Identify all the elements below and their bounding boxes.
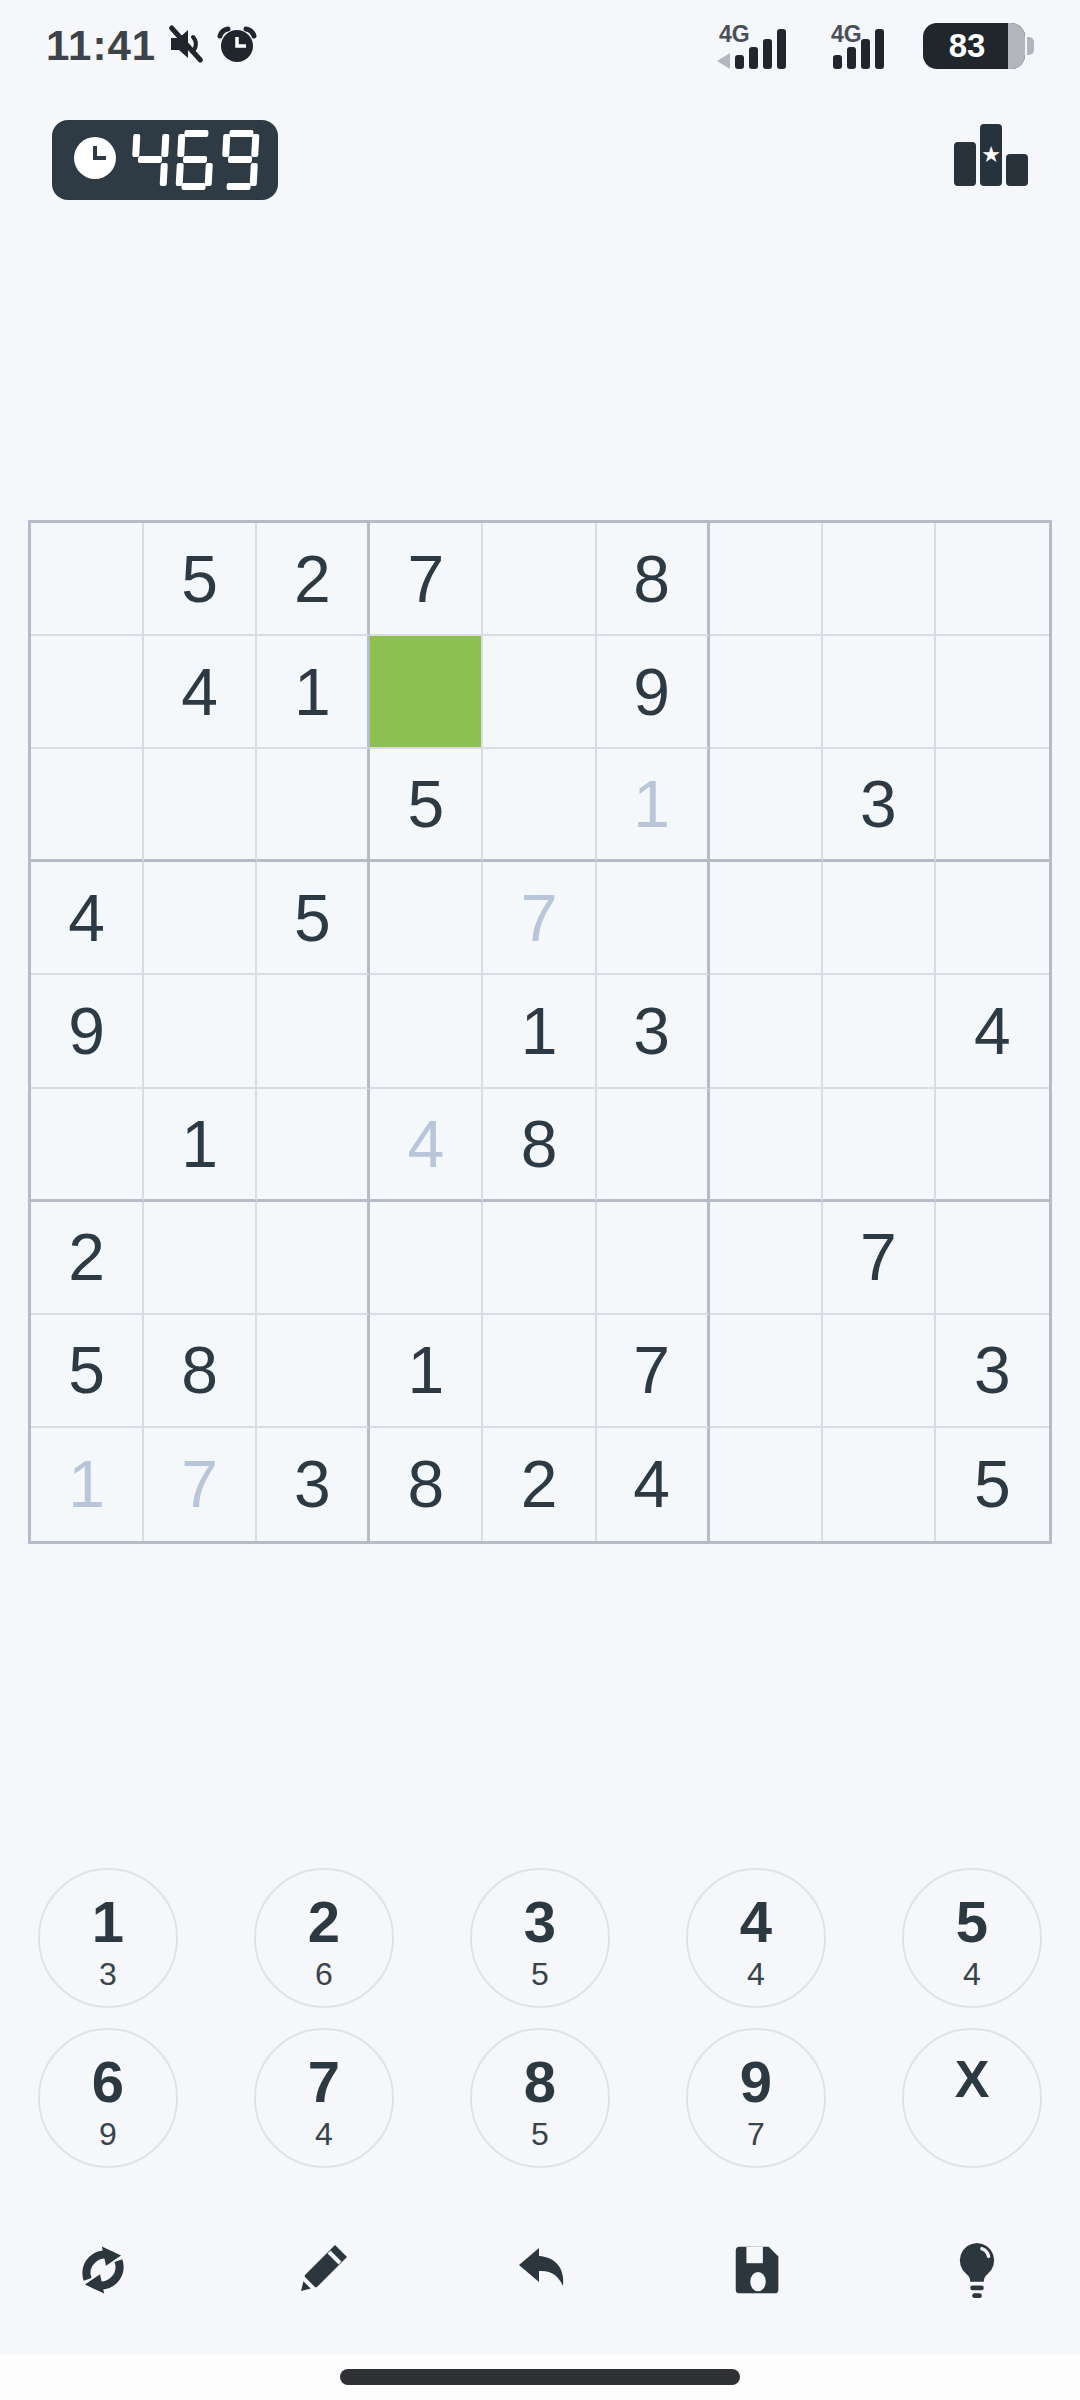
svg-text:★: ★ — [981, 142, 1001, 167]
cell-r9c1[interactable]: 1 — [31, 1428, 144, 1541]
cell-r6c2[interactable]: 1 — [144, 1089, 257, 1202]
cell-r1c9[interactable] — [936, 523, 1049, 636]
numpad-remaining-count: 3 — [99, 1958, 117, 1990]
sudoku-app-screen: 11:41 4G — [0, 0, 1080, 2400]
cell-r5c3[interactable] — [257, 975, 370, 1088]
cell-r5c8[interactable] — [823, 975, 936, 1088]
cell-r3c6[interactable]: 1 — [597, 749, 710, 862]
cell-r1c7[interactable] — [710, 523, 823, 636]
restart-icon — [70, 2237, 136, 2303]
cell-r5c2[interactable] — [144, 975, 257, 1088]
numpad-remaining-count: 7 — [747, 2118, 765, 2150]
numpad-digit-label: 8 — [524, 2053, 556, 2111]
cell-r3c7[interactable] — [710, 749, 823, 862]
cell-r7c3[interactable] — [257, 1202, 370, 1315]
cell-r2c3[interactable]: 1 — [257, 636, 370, 749]
cell-r5c9[interactable]: 4 — [936, 975, 1049, 1088]
cell-r2c2[interactable]: 4 — [144, 636, 257, 749]
cell-r8c8[interactable] — [823, 1315, 936, 1428]
numpad-4-button[interactable]: 44 — [686, 1868, 826, 2008]
numpad-row-2: 69748597X — [38, 2028, 1042, 2168]
numpad-7-button[interactable]: 74 — [254, 2028, 394, 2168]
cell-r9c9[interactable]: 5 — [936, 1428, 1049, 1541]
cell-r3c3[interactable] — [257, 749, 370, 862]
numpad-remaining-count: 4 — [963, 1958, 981, 1990]
numpad-remaining-count: 5 — [531, 2118, 549, 2150]
cell-r5c5[interactable]: 1 — [483, 975, 596, 1088]
cell-r9c8[interactable] — [823, 1428, 936, 1541]
seg-digit-4 — [130, 130, 169, 190]
cell-r7c7[interactable] — [710, 1202, 823, 1315]
cell-r6c3[interactable] — [257, 1089, 370, 1202]
cell-r2c7[interactable] — [710, 636, 823, 749]
seg-digit-6 — [175, 130, 214, 190]
pencil-icon — [290, 2238, 354, 2302]
cell-r6c5[interactable]: 8 — [483, 1089, 596, 1202]
battery-empty-part — [1008, 23, 1025, 69]
status-left: 11:41 — [46, 22, 258, 70]
timer-value — [130, 130, 259, 190]
cell-r5c6[interactable]: 3 — [597, 975, 710, 1088]
numpad-digit-label: 2 — [308, 1893, 340, 1951]
cell-r9c6[interactable]: 4 — [597, 1428, 710, 1541]
cell-r7c4[interactable] — [370, 1202, 483, 1315]
numpad-9-button[interactable]: 97 — [686, 2028, 826, 2168]
numpad-row-1: 1326354454 — [38, 1868, 1042, 2008]
pencil-button[interactable] — [247, 2226, 397, 2314]
cell-r4c4[interactable] — [370, 862, 483, 975]
numpad-3-button[interactable]: 35 — [470, 1868, 610, 2008]
cell-r4c9[interactable] — [936, 862, 1049, 975]
cell-r5c1[interactable]: 9 — [31, 975, 144, 1088]
status-bar: 11:41 4G — [0, 0, 1080, 92]
cell-r8c3[interactable] — [257, 1315, 370, 1428]
cell-r6c6[interactable] — [597, 1089, 710, 1202]
cell-r8c7[interactable] — [710, 1315, 823, 1428]
numpad-digit-label: 5 — [956, 1893, 988, 1951]
system-nav-bar — [0, 2354, 1080, 2400]
cell-r1c1[interactable] — [31, 523, 144, 636]
cell-r8c6[interactable]: 7 — [597, 1315, 710, 1428]
signal-icon-sim1: 4G — [713, 21, 807, 71]
cell-r2c8[interactable] — [823, 636, 936, 749]
numpad-6-button[interactable]: 69 — [38, 2028, 178, 2168]
cell-r8c1[interactable]: 5 — [31, 1315, 144, 1428]
status-right: 4G 4G 83 — [713, 21, 1034, 71]
cell-r6c8[interactable] — [823, 1089, 936, 1202]
cell-r4c2[interactable] — [144, 862, 257, 975]
cell-r9c3[interactable]: 3 — [257, 1428, 370, 1541]
numpad-5-button[interactable]: 54 — [902, 1868, 1042, 2008]
cell-r6c1[interactable] — [31, 1089, 144, 1202]
numpad-digit-label: X — [955, 2053, 990, 2105]
cell-r1c5[interactable] — [483, 523, 596, 636]
cell-r4c6[interactable] — [597, 862, 710, 975]
cell-r7c6[interactable] — [597, 1202, 710, 1315]
battery-icon: 83 — [923, 21, 1034, 71]
undo-button[interactable] — [465, 2226, 615, 2314]
cell-r7c5[interactable] — [483, 1202, 596, 1315]
clock-icon — [72, 135, 118, 185]
cell-r8c5[interactable] — [483, 1315, 596, 1428]
cell-r2c9[interactable] — [936, 636, 1049, 749]
cell-r2c6[interactable]: 9 — [597, 636, 710, 749]
numpad-digit-label: 6 — [92, 2053, 124, 2111]
numpad-erase-button[interactable]: X — [902, 2028, 1042, 2168]
cell-r3c1[interactable] — [31, 749, 144, 862]
cell-r8c4[interactable]: 1 — [370, 1315, 483, 1428]
cell-r3c5[interactable] — [483, 749, 596, 862]
numpad-digit-label: 7 — [308, 2053, 340, 2111]
hint-button[interactable] — [902, 2226, 1052, 2314]
cell-r1c4[interactable]: 7 — [370, 523, 483, 636]
numpad-digit-label: 9 — [740, 2053, 772, 2111]
sudoku-board: 5278419513457913414827581731738245 — [28, 520, 1052, 1544]
cell-r9c2[interactable]: 7 — [144, 1428, 257, 1541]
cell-r6c9[interactable] — [936, 1089, 1049, 1202]
numpad-8-button[interactable]: 85 — [470, 2028, 610, 2168]
stats-button[interactable]: ★ — [950, 118, 1032, 190]
cell-r7c1[interactable]: 2 — [31, 1202, 144, 1315]
numpad-digit-label: 4 — [740, 1893, 772, 1951]
cell-r1c3[interactable]: 2 — [257, 523, 370, 636]
signal-icon-sim2: 4G — [825, 21, 905, 71]
cell-r3c2[interactable] — [144, 749, 257, 862]
save-button[interactable] — [684, 2226, 834, 2314]
cell-r4c1[interactable]: 4 — [31, 862, 144, 975]
gesture-pill[interactable] — [340, 2369, 740, 2385]
cell-r4c8[interactable] — [823, 862, 936, 975]
cell-r6c4[interactable]: 4 — [370, 1089, 483, 1202]
lightbulb-icon — [946, 2239, 1008, 2301]
cell-r6c7[interactable] — [710, 1089, 823, 1202]
cell-r7c2[interactable] — [144, 1202, 257, 1315]
numpad-digit-label: 1 — [92, 1893, 124, 1951]
numpad-remaining-count: 9 — [99, 2118, 117, 2150]
cell-r3c8[interactable]: 3 — [823, 749, 936, 862]
cell-r2c1[interactable] — [31, 636, 144, 749]
seg-digit-9 — [220, 130, 259, 190]
cell-r9c7[interactable] — [710, 1428, 823, 1541]
numpad-digit-label: 3 — [524, 1893, 556, 1951]
toolbar — [28, 2226, 1052, 2314]
podium-star-icon: ★ — [950, 118, 1032, 190]
undo-icon — [508, 2238, 572, 2302]
cell-r5c7[interactable] — [710, 975, 823, 1088]
signal-triangle-icon — [717, 53, 730, 69]
cell-r8c9[interactable]: 3 — [936, 1315, 1049, 1428]
cell-r3c9[interactable] — [936, 749, 1049, 862]
cell-r4c5[interactable]: 7 — [483, 862, 596, 975]
numpad-remaining-count: 4 — [747, 1958, 765, 1990]
numpad-remaining-count: 5 — [531, 1958, 549, 1990]
cell-r7c8[interactable]: 7 — [823, 1202, 936, 1315]
restart-button[interactable] — [28, 2226, 178, 2314]
timer-badge — [52, 120, 278, 200]
battery-percent: 83 — [949, 27, 986, 65]
cell-r2c5[interactable] — [483, 636, 596, 749]
muted-icon — [166, 24, 206, 68]
cell-r4c7[interactable] — [710, 862, 823, 975]
cell-r3c4[interactable]: 5 — [370, 749, 483, 862]
numpad-1-button[interactable]: 13 — [38, 1868, 178, 2008]
cell-r1c2[interactable]: 5 — [144, 523, 257, 636]
cell-r7c9[interactable] — [936, 1202, 1049, 1315]
numpad-remaining-count: 6 — [315, 1958, 333, 1990]
numpad-2-button[interactable]: 26 — [254, 1868, 394, 2008]
numpad-remaining-count: 4 — [315, 2118, 333, 2150]
cell-r8c2[interactable]: 8 — [144, 1315, 257, 1428]
battery-nub — [1027, 37, 1034, 55]
cell-r1c8[interactable] — [823, 523, 936, 636]
cell-r2c4[interactable] — [370, 636, 483, 749]
cell-r9c5[interactable]: 2 — [483, 1428, 596, 1541]
cell-r4c3[interactable]: 5 — [257, 862, 370, 975]
alarm-icon — [216, 23, 258, 69]
cell-r5c4[interactable] — [370, 975, 483, 1088]
cell-r1c6[interactable]: 8 — [597, 523, 710, 636]
save-icon — [728, 2239, 790, 2301]
cell-r9c4[interactable]: 8 — [370, 1428, 483, 1541]
clock-time: 11:41 — [46, 22, 156, 70]
